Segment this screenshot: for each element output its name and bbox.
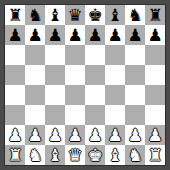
black-knight-piece[interactable]: ♞	[27, 5, 42, 25]
square-g4[interactable]	[125, 85, 145, 105]
square-h5[interactable]	[145, 65, 165, 85]
square-d7[interactable]: ♟	[65, 25, 85, 45]
square-e8[interactable]: ♚	[85, 5, 105, 25]
black-king-piece[interactable]: ♚	[87, 5, 102, 25]
square-h4[interactable]	[145, 85, 165, 105]
square-h3[interactable]	[145, 105, 165, 125]
chess-board: ♜♞♝♛♚♝♞♜♟♟♟♟♟♟♟♟♟♟♟♟♟♟♟♟♜♞♝♛♚♝♞♜	[5, 5, 165, 165]
square-e5[interactable]	[85, 65, 105, 85]
square-e1[interactable]: ♚	[85, 145, 105, 165]
square-c3[interactable]	[45, 105, 65, 125]
square-h1[interactable]: ♜	[145, 145, 165, 165]
black-pawn-piece[interactable]: ♟	[7, 25, 22, 45]
white-bishop-piece[interactable]: ♝	[47, 145, 62, 165]
square-e3[interactable]	[85, 105, 105, 125]
black-bishop-piece[interactable]: ♝	[47, 5, 62, 25]
square-b1[interactable]: ♞	[25, 145, 45, 165]
black-knight-piece[interactable]: ♞	[127, 5, 142, 25]
square-g3[interactable]	[125, 105, 145, 125]
square-a3[interactable]	[5, 105, 25, 125]
square-b7[interactable]: ♟	[25, 25, 45, 45]
square-e2[interactable]: ♟	[85, 125, 105, 145]
black-pawn-piece[interactable]: ♟	[47, 25, 62, 45]
square-f6[interactable]	[105, 45, 125, 65]
black-pawn-piece[interactable]: ♟	[107, 25, 122, 45]
square-c7[interactable]: ♟	[45, 25, 65, 45]
square-h6[interactable]	[145, 45, 165, 65]
square-d4[interactable]	[65, 85, 85, 105]
square-g2[interactable]: ♟	[125, 125, 145, 145]
square-h7[interactable]: ♟	[145, 25, 165, 45]
white-pawn-piece[interactable]: ♟	[47, 125, 62, 145]
square-b8[interactable]: ♞	[25, 5, 45, 25]
white-pawn-piece[interactable]: ♟	[67, 125, 82, 145]
square-f7[interactable]: ♟	[105, 25, 125, 45]
square-c6[interactable]	[45, 45, 65, 65]
white-pawn-piece[interactable]: ♟	[7, 125, 22, 145]
white-rook-piece[interactable]: ♜	[147, 145, 162, 165]
white-pawn-piece[interactable]: ♟	[127, 125, 142, 145]
white-pawn-piece[interactable]: ♟	[147, 125, 162, 145]
black-pawn-piece[interactable]: ♟	[127, 25, 142, 45]
square-g7[interactable]: ♟	[125, 25, 145, 45]
black-pawn-piece[interactable]: ♟	[87, 25, 102, 45]
square-d2[interactable]: ♟	[65, 125, 85, 145]
square-e6[interactable]	[85, 45, 105, 65]
black-pawn-piece[interactable]: ♟	[67, 25, 82, 45]
white-king-piece[interactable]: ♚	[87, 145, 102, 165]
square-a1[interactable]: ♜	[5, 145, 25, 165]
square-e4[interactable]	[85, 85, 105, 105]
square-a5[interactable]	[5, 65, 25, 85]
white-pawn-piece[interactable]: ♟	[87, 125, 102, 145]
black-rook-piece[interactable]: ♜	[7, 5, 22, 25]
square-h8[interactable]: ♜	[145, 5, 165, 25]
square-g6[interactable]	[125, 45, 145, 65]
square-h2[interactable]: ♟	[145, 125, 165, 145]
square-c5[interactable]	[45, 65, 65, 85]
black-bishop-piece[interactable]: ♝	[107, 5, 122, 25]
square-f8[interactable]: ♝	[105, 5, 125, 25]
black-pawn-piece[interactable]: ♟	[147, 25, 162, 45]
white-rook-piece[interactable]: ♜	[7, 145, 22, 165]
white-pawn-piece[interactable]: ♟	[107, 125, 122, 145]
square-b5[interactable]	[25, 65, 45, 85]
square-c2[interactable]: ♟	[45, 125, 65, 145]
square-e7[interactable]: ♟	[85, 25, 105, 45]
square-g8[interactable]: ♞	[125, 5, 145, 25]
square-f4[interactable]	[105, 85, 125, 105]
black-queen-piece[interactable]: ♛	[67, 5, 82, 25]
white-bishop-piece[interactable]: ♝	[107, 145, 122, 165]
square-d5[interactable]	[65, 65, 85, 85]
square-f5[interactable]	[105, 65, 125, 85]
board-frame: ♜♞♝♛♚♝♞♜♟♟♟♟♟♟♟♟♟♟♟♟♟♟♟♟♜♞♝♛♚♝♞♜	[0, 0, 170, 170]
square-a6[interactable]	[5, 45, 25, 65]
square-d6[interactable]	[65, 45, 85, 65]
white-knight-piece[interactable]: ♞	[127, 145, 142, 165]
square-c4[interactable]	[45, 85, 65, 105]
square-b6[interactable]	[25, 45, 45, 65]
square-b2[interactable]: ♟	[25, 125, 45, 145]
square-d8[interactable]: ♛	[65, 5, 85, 25]
square-g1[interactable]: ♞	[125, 145, 145, 165]
square-f3[interactable]	[105, 105, 125, 125]
square-c1[interactable]: ♝	[45, 145, 65, 165]
square-f1[interactable]: ♝	[105, 145, 125, 165]
square-a7[interactable]: ♟	[5, 25, 25, 45]
square-g5[interactable]	[125, 65, 145, 85]
white-pawn-piece[interactable]: ♟	[27, 125, 42, 145]
square-d1[interactable]: ♛	[65, 145, 85, 165]
black-pawn-piece[interactable]: ♟	[27, 25, 42, 45]
square-c8[interactable]: ♝	[45, 5, 65, 25]
square-d3[interactable]	[65, 105, 85, 125]
white-knight-piece[interactable]: ♞	[27, 145, 42, 165]
square-b4[interactable]	[25, 85, 45, 105]
square-f2[interactable]: ♟	[105, 125, 125, 145]
square-a8[interactable]: ♜	[5, 5, 25, 25]
square-b3[interactable]	[25, 105, 45, 125]
white-queen-piece[interactable]: ♛	[67, 145, 82, 165]
square-a2[interactable]: ♟	[5, 125, 25, 145]
black-rook-piece[interactable]: ♜	[147, 5, 162, 25]
square-a4[interactable]	[5, 85, 25, 105]
